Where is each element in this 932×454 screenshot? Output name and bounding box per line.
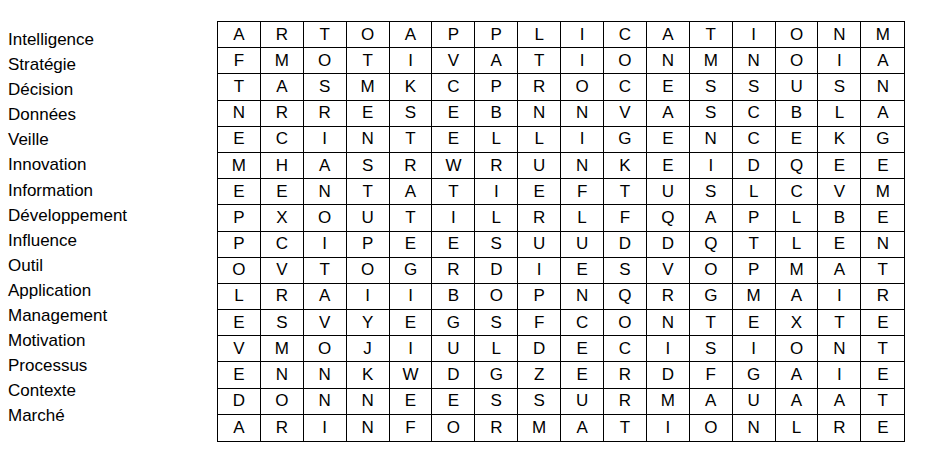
grid-cell[interactable]: T xyxy=(604,179,647,205)
grid-cell[interactable]: A xyxy=(861,48,904,74)
grid-cell[interactable]: N xyxy=(304,362,347,388)
grid-cell[interactable]: E xyxy=(861,310,904,336)
grid-cell[interactable]: O xyxy=(776,336,819,362)
grid-cell[interactable]: M xyxy=(261,48,304,74)
word-list-item: Innovation xyxy=(8,152,127,177)
grid-cell[interactable]: I xyxy=(647,415,690,441)
grid-cell[interactable]: O xyxy=(475,284,518,310)
grid-cell[interactable]: W xyxy=(432,153,475,179)
grid-cell[interactable]: I xyxy=(475,179,518,205)
grid-cell[interactable]: I xyxy=(390,336,433,362)
grid-cell[interactable]: R xyxy=(604,389,647,415)
grid-cell[interactable]: D xyxy=(432,362,475,388)
grid-cell[interactable]: E xyxy=(861,205,904,231)
grid-cell[interactable]: A xyxy=(304,284,347,310)
grid-cell[interactable]: I xyxy=(818,284,861,310)
grid-cell[interactable]: O xyxy=(690,258,733,284)
grid-cell[interactable]: T xyxy=(218,74,261,100)
word-list-item: Influence xyxy=(8,228,127,253)
grid-cell[interactable]: I xyxy=(561,48,604,74)
grid-cell[interactable]: T xyxy=(347,48,390,74)
grid-cell[interactable]: T xyxy=(432,179,475,205)
grid-cell[interactable]: O xyxy=(561,74,604,100)
grid-cell[interactable]: G xyxy=(690,284,733,310)
grid-cell[interactable]: I xyxy=(304,232,347,258)
grid-cell[interactable]: N xyxy=(304,179,347,205)
grid-cell[interactable]: A xyxy=(690,205,733,231)
grid-cell[interactable]: M xyxy=(776,258,819,284)
grid-cell[interactable]: H xyxy=(261,153,304,179)
grid-cell[interactable]: V xyxy=(261,258,304,284)
grid-cell[interactable]: P xyxy=(347,232,390,258)
grid-cell[interactable]: O xyxy=(776,48,819,74)
grid-cell[interactable]: D xyxy=(518,336,561,362)
grid-cell[interactable]: I xyxy=(432,205,475,231)
grid-cell[interactable]: T xyxy=(518,48,561,74)
grid-cell[interactable]: G xyxy=(432,310,475,336)
grid-cell[interactable]: L xyxy=(776,415,819,441)
word-search-page: IntelligenceStratégieDécisionDonnéesVeil… xyxy=(0,0,932,454)
grid-cell[interactable]: L xyxy=(475,127,518,153)
grid-cell[interactable]: U xyxy=(518,232,561,258)
grid-cell[interactable]: C xyxy=(733,101,776,127)
grid-cell[interactable]: R xyxy=(475,153,518,179)
grid-cell[interactable]: C xyxy=(261,127,304,153)
grid-cell[interactable]: R xyxy=(432,258,475,284)
grid-cell[interactable]: L xyxy=(561,205,604,231)
grid-cell[interactable]: M xyxy=(861,22,904,48)
grid-cell[interactable]: S xyxy=(690,74,733,100)
grid-cell[interactable]: G xyxy=(733,362,776,388)
grid-cell[interactable]: E xyxy=(861,362,904,388)
word-list-item: Développement xyxy=(8,203,127,228)
grid-cell[interactable]: L xyxy=(733,179,776,205)
grid-cell[interactable]: C xyxy=(432,74,475,100)
word-list-item: Stratégie xyxy=(8,52,127,77)
grid-cell[interactable]: P xyxy=(218,205,261,231)
grid-cell[interactable]: O xyxy=(776,22,819,48)
grid-cell[interactable]: A xyxy=(561,415,604,441)
grid-cell[interactable]: C xyxy=(733,127,776,153)
grid-cell[interactable]: E xyxy=(561,336,604,362)
grid-cell[interactable]: E xyxy=(818,153,861,179)
grid-cell[interactable]: D xyxy=(218,389,261,415)
word-list-item: Motivation xyxy=(8,328,127,353)
grid-cell[interactable]: I xyxy=(733,22,776,48)
grid-cell[interactable]: C xyxy=(776,179,819,205)
word-list-item: Contexte xyxy=(8,378,127,403)
grid-cell[interactable]: N xyxy=(561,284,604,310)
grid-cell[interactable]: V xyxy=(647,258,690,284)
grid-cell[interactable]: L xyxy=(818,101,861,127)
grid-cell[interactable]: O xyxy=(604,48,647,74)
grid-cell[interactable]: U xyxy=(518,153,561,179)
grid-cell[interactable]: L xyxy=(475,205,518,231)
grid-cell[interactable]: E xyxy=(390,389,433,415)
grid-cell[interactable]: N xyxy=(647,48,690,74)
grid-cell[interactable]: Q xyxy=(690,232,733,258)
grid-cell[interactable]: O xyxy=(347,258,390,284)
grid-cell[interactable]: P xyxy=(733,205,776,231)
grid-cell[interactable]: X xyxy=(776,310,819,336)
word-list-item: Processus xyxy=(8,353,127,378)
grid-cell[interactable]: K xyxy=(390,74,433,100)
grid-cell[interactable]: E xyxy=(390,232,433,258)
grid-cell[interactable]: T xyxy=(818,310,861,336)
grid-cell[interactable]: S xyxy=(690,336,733,362)
grid-cell[interactable]: A xyxy=(690,389,733,415)
grid-cell[interactable]: O xyxy=(690,415,733,441)
grid-cell[interactable]: Q xyxy=(776,153,819,179)
word-list-item: Marché xyxy=(8,403,127,428)
grid-cell[interactable]: S xyxy=(347,153,390,179)
grid-cell[interactable]: K xyxy=(818,127,861,153)
grid-cell[interactable]: P xyxy=(475,74,518,100)
grid-cell[interactable]: A xyxy=(304,153,347,179)
grid-cell[interactable]: N xyxy=(861,74,904,100)
grid-cell[interactable]: J xyxy=(347,336,390,362)
grid-cell[interactable]: E xyxy=(432,232,475,258)
grid-cell[interactable]: V xyxy=(304,310,347,336)
grid-cell[interactable]: N xyxy=(733,48,776,74)
grid-cell[interactable]: C xyxy=(604,22,647,48)
grid-cell[interactable]: W xyxy=(390,362,433,388)
grid-cell[interactable]: G xyxy=(390,258,433,284)
grid-cell[interactable]: N xyxy=(218,101,261,127)
grid-cell[interactable]: E xyxy=(647,127,690,153)
grid-cell[interactable]: B xyxy=(818,205,861,231)
grid-cell[interactable]: U xyxy=(647,179,690,205)
grid-cell[interactable]: I xyxy=(690,153,733,179)
grid-cell[interactable]: T xyxy=(690,310,733,336)
grid-cell[interactable]: O xyxy=(304,336,347,362)
grid-cell[interactable]: O xyxy=(304,48,347,74)
grid-cell[interactable]: S xyxy=(690,179,733,205)
grid-cell[interactable]: M xyxy=(690,48,733,74)
grid-cell[interactable]: N xyxy=(733,415,776,441)
grid-cell[interactable]: T xyxy=(690,22,733,48)
grid-cell[interactable]: D xyxy=(647,362,690,388)
grid-cell[interactable]: N xyxy=(261,362,304,388)
grid-cell[interactable]: L xyxy=(776,232,819,258)
grid-cell[interactable]: S xyxy=(475,232,518,258)
grid-cell[interactable]: O xyxy=(432,415,475,441)
word-list-item: Données xyxy=(8,102,127,127)
grid-cell[interactable]: A xyxy=(647,22,690,48)
grid-cell[interactable]: I xyxy=(647,336,690,362)
grid-cell[interactable]: M xyxy=(261,336,304,362)
grid-cell[interactable]: N xyxy=(518,101,561,127)
word-list-item: Décision xyxy=(8,77,127,102)
grid-cell[interactable]: M xyxy=(518,415,561,441)
grid-cell[interactable]: E xyxy=(518,179,561,205)
grid-cell[interactable]: I xyxy=(818,48,861,74)
grid-cell[interactable]: B xyxy=(432,284,475,310)
letter-grid: ARTOAPPLICATIONMFMOTIVATIONMNOIATASMKCPR… xyxy=(217,21,905,442)
grid-cell[interactable]: I xyxy=(347,284,390,310)
grid-cell[interactable]: Z xyxy=(518,362,561,388)
word-list-item: Veille xyxy=(8,127,127,152)
grid-cell[interactable]: A xyxy=(776,284,819,310)
grid-cell[interactable]: O xyxy=(304,205,347,231)
grid-cell[interactable]: B xyxy=(776,101,819,127)
grid-cell[interactable]: F xyxy=(690,362,733,388)
grid-cell[interactable]: N xyxy=(347,415,390,441)
grid-cell[interactable]: R xyxy=(304,101,347,127)
grid-cell[interactable]: E xyxy=(347,101,390,127)
grid-cell[interactable]: E xyxy=(733,310,776,336)
grid-cell[interactable]: S xyxy=(475,389,518,415)
grid-cell[interactable]: T xyxy=(304,258,347,284)
grid-cell[interactable]: E xyxy=(432,101,475,127)
grid-cell[interactable]: V xyxy=(432,48,475,74)
grid-cell[interactable]: K xyxy=(347,362,390,388)
grid-cell[interactable]: U xyxy=(432,336,475,362)
grid-cell[interactable]: R xyxy=(261,22,304,48)
grid-cell[interactable]: F xyxy=(518,310,561,336)
grid-cell[interactable]: D xyxy=(647,232,690,258)
grid-cell[interactable]: D xyxy=(604,232,647,258)
grid-cell[interactable]: G xyxy=(604,127,647,153)
grid-cell[interactable]: D xyxy=(733,153,776,179)
grid-cell[interactable]: F xyxy=(604,205,647,231)
word-list: IntelligenceStratégieDécisionDonnéesVeil… xyxy=(8,27,127,429)
grid-cell[interactable]: A xyxy=(390,22,433,48)
word-list-item: Application xyxy=(8,278,127,303)
word-list-item: Outil xyxy=(8,253,127,278)
grid-cell[interactable]: M xyxy=(647,389,690,415)
grid-cell[interactable]: R xyxy=(475,415,518,441)
grid-cell[interactable]: E xyxy=(261,179,304,205)
grid-cell[interactable]: C xyxy=(261,232,304,258)
grid-cell[interactable]: R xyxy=(647,284,690,310)
grid-cell[interactable]: X xyxy=(261,205,304,231)
grid-cell[interactable]: I xyxy=(561,22,604,48)
grid-cell[interactable]: E xyxy=(818,232,861,258)
grid-cell[interactable]: N xyxy=(690,127,733,153)
grid-cell[interactable]: R xyxy=(604,362,647,388)
grid-cell[interactable]: U xyxy=(561,389,604,415)
grid-cell[interactable]: Q xyxy=(647,205,690,231)
grid-cell[interactable]: N xyxy=(818,22,861,48)
grid-cell[interactable]: R xyxy=(390,153,433,179)
grid-cell[interactable]: T xyxy=(390,205,433,231)
grid-cell[interactable]: F xyxy=(390,415,433,441)
grid-cell[interactable]: E xyxy=(390,310,433,336)
grid-cell[interactable]: S xyxy=(475,310,518,336)
grid-cell[interactable]: A xyxy=(218,22,261,48)
grid-cell[interactable]: E xyxy=(861,153,904,179)
grid-cell[interactable]: A xyxy=(218,415,261,441)
grid-cell[interactable]: E xyxy=(218,127,261,153)
grid-cell[interactable]: I xyxy=(733,336,776,362)
grid-cell[interactable]: B xyxy=(475,101,518,127)
grid-cell[interactable]: P xyxy=(432,22,475,48)
grid-cell[interactable]: A xyxy=(776,389,819,415)
grid-cell[interactable]: T xyxy=(347,179,390,205)
grid-cell[interactable]: S xyxy=(261,310,304,336)
grid-cell[interactable]: A xyxy=(647,101,690,127)
grid-cell[interactable]: R xyxy=(261,101,304,127)
grid-cell[interactable]: V xyxy=(818,179,861,205)
grid-cell[interactable]: F xyxy=(561,179,604,205)
grid-cell[interactable]: E xyxy=(561,258,604,284)
grid-cell[interactable]: I xyxy=(390,48,433,74)
grid-cell[interactable]: I xyxy=(390,284,433,310)
grid-cell[interactable]: Q xyxy=(604,284,647,310)
grid-cell[interactable]: E xyxy=(647,74,690,100)
grid-cell[interactable]: E xyxy=(647,153,690,179)
grid-cell[interactable]: R xyxy=(261,415,304,441)
grid-cell[interactable]: T xyxy=(390,127,433,153)
grid-cell[interactable]: T xyxy=(861,258,904,284)
grid-cell[interactable]: I xyxy=(518,258,561,284)
grid-cell[interactable]: I xyxy=(304,127,347,153)
grid-cell[interactable]: O xyxy=(347,22,390,48)
grid-cell[interactable]: A xyxy=(818,389,861,415)
grid-cell[interactable]: N xyxy=(861,232,904,258)
grid-cell[interactable]: A xyxy=(818,258,861,284)
grid-cell[interactable]: I xyxy=(561,127,604,153)
grid-cell[interactable]: O xyxy=(261,389,304,415)
grid-cell[interactable]: E xyxy=(218,310,261,336)
grid-cell[interactable]: L xyxy=(475,336,518,362)
grid-cell[interactable]: E xyxy=(218,362,261,388)
grid-cell[interactable]: C xyxy=(604,74,647,100)
grid-cell[interactable]: G xyxy=(861,127,904,153)
grid-cell[interactable]: M xyxy=(218,153,261,179)
grid-cell[interactable]: A xyxy=(776,362,819,388)
grid-cell[interactable]: M xyxy=(861,179,904,205)
grid-cell[interactable]: S xyxy=(304,74,347,100)
grid-cell[interactable]: S xyxy=(818,74,861,100)
grid-cell[interactable]: E xyxy=(561,362,604,388)
grid-cell[interactable]: V xyxy=(218,336,261,362)
grid-cell[interactable]: S xyxy=(390,101,433,127)
grid-cell[interactable]: A xyxy=(475,48,518,74)
word-list-item: Information xyxy=(8,178,127,203)
grid-cell[interactable]: I xyxy=(818,362,861,388)
grid-cell[interactable]: M xyxy=(733,284,776,310)
grid-cell[interactable]: R xyxy=(818,415,861,441)
grid-cell[interactable]: T xyxy=(733,232,776,258)
grid-cell[interactable]: E xyxy=(432,127,475,153)
grid-cell[interactable]: N xyxy=(304,389,347,415)
grid-cell[interactable]: L xyxy=(218,284,261,310)
grid-cell[interactable]: S xyxy=(604,258,647,284)
grid-cell[interactable]: S xyxy=(518,389,561,415)
grid-cell[interactable]: R xyxy=(861,284,904,310)
grid-cell[interactable]: T xyxy=(861,389,904,415)
grid-cell[interactable]: M xyxy=(347,74,390,100)
grid-cell[interactable]: P xyxy=(518,284,561,310)
grid-cell[interactable]: E xyxy=(432,389,475,415)
grid-cell[interactable]: S xyxy=(733,74,776,100)
grid-cell[interactable]: T xyxy=(304,22,347,48)
grid-cell[interactable]: K xyxy=(604,153,647,179)
grid-cell[interactable]: N xyxy=(647,310,690,336)
grid-cell[interactable]: O xyxy=(604,310,647,336)
grid-cell[interactable]: L xyxy=(776,205,819,231)
grid-cell[interactable]: E xyxy=(218,179,261,205)
grid-cell[interactable]: N xyxy=(818,336,861,362)
grid-cell[interactable]: T xyxy=(861,336,904,362)
word-list-item: Intelligence xyxy=(8,27,127,52)
grid-cell[interactable]: N xyxy=(561,101,604,127)
grid-cell[interactable]: A xyxy=(390,179,433,205)
grid-cell[interactable]: O xyxy=(218,258,261,284)
grid-cell[interactable]: N xyxy=(561,153,604,179)
grid-cell[interactable]: G xyxy=(475,362,518,388)
grid-cell[interactable]: T xyxy=(604,415,647,441)
grid-cell[interactable]: Y xyxy=(347,310,390,336)
grid-cell[interactable]: N xyxy=(347,127,390,153)
grid-cell[interactable]: C xyxy=(561,310,604,336)
grid-cell[interactable]: U xyxy=(561,232,604,258)
grid-cell[interactable]: R xyxy=(518,205,561,231)
grid-cell[interactable]: N xyxy=(347,389,390,415)
grid-cell[interactable]: S xyxy=(690,101,733,127)
grid-cell[interactable]: I xyxy=(304,415,347,441)
grid-cell[interactable]: D xyxy=(475,258,518,284)
grid-cell[interactable]: P xyxy=(733,258,776,284)
grid-cell[interactable]: E xyxy=(776,127,819,153)
grid-cell[interactable]: P xyxy=(475,22,518,48)
grid-cell[interactable]: E xyxy=(861,415,904,441)
grid-cell[interactable]: U xyxy=(776,74,819,100)
grid-cell[interactable]: L xyxy=(518,22,561,48)
grid-cell[interactable]: L xyxy=(518,127,561,153)
grid-cell[interactable]: U xyxy=(733,389,776,415)
grid-cell[interactable]: A xyxy=(261,74,304,100)
grid-cell[interactable]: R xyxy=(261,284,304,310)
grid-cell[interactable]: C xyxy=(604,336,647,362)
grid-cell[interactable]: R xyxy=(518,74,561,100)
grid-cell[interactable]: V xyxy=(604,101,647,127)
grid-cell[interactable]: A xyxy=(861,101,904,127)
grid-cell[interactable]: F xyxy=(218,48,261,74)
word-list-item: Management xyxy=(8,303,127,328)
grid-cell[interactable]: P xyxy=(218,232,261,258)
grid-cell[interactable]: U xyxy=(347,205,390,231)
